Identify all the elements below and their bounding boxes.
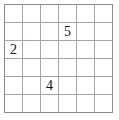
cell-r4c6[interactable] bbox=[95, 59, 112, 76]
cell-r6c2[interactable] bbox=[23, 95, 40, 112]
cell-r3c1[interactable]: 2 bbox=[5, 41, 22, 58]
cell-r1c2[interactable] bbox=[23, 5, 40, 22]
cell-r2c6[interactable] bbox=[95, 23, 112, 40]
cell-r2c3[interactable] bbox=[41, 23, 58, 40]
cell-r2c2[interactable] bbox=[23, 23, 40, 40]
cell-r1c6[interactable] bbox=[95, 5, 112, 22]
cell-r3c6[interactable] bbox=[95, 41, 112, 58]
cell-r6c3[interactable] bbox=[41, 95, 58, 112]
cell-r5c2[interactable] bbox=[23, 77, 40, 94]
cell-r4c1[interactable] bbox=[5, 59, 22, 76]
cell-r5c3[interactable]: 4 bbox=[41, 77, 58, 94]
cell-r3c3[interactable] bbox=[41, 41, 58, 58]
cell-r4c5[interactable] bbox=[77, 59, 94, 76]
cell-r1c5[interactable] bbox=[77, 5, 94, 22]
cell-r3c2[interactable] bbox=[23, 41, 40, 58]
cell-r4c4[interactable] bbox=[59, 59, 76, 76]
cell-r5c6[interactable] bbox=[95, 77, 112, 94]
cell-r5c5[interactable] bbox=[77, 77, 94, 94]
cell-r6c1[interactable] bbox=[5, 95, 22, 112]
cell-r2c5[interactable] bbox=[77, 23, 94, 40]
cell-r2c4[interactable]: 5 bbox=[59, 23, 76, 40]
puzzle-board: 5 2 4 bbox=[4, 4, 113, 113]
cell-r1c1[interactable] bbox=[5, 5, 22, 22]
cell-r6c4[interactable] bbox=[59, 95, 76, 112]
cell-r3c4[interactable] bbox=[59, 41, 76, 58]
cell-r4c2[interactable] bbox=[23, 59, 40, 76]
cell-r1c4[interactable] bbox=[59, 5, 76, 22]
cell-r4c3[interactable] bbox=[41, 59, 58, 76]
cell-r6c5[interactable] bbox=[77, 95, 94, 112]
cell-r1c3[interactable] bbox=[41, 5, 58, 22]
cell-r5c4[interactable] bbox=[59, 77, 76, 94]
cell-r5c1[interactable] bbox=[5, 77, 22, 94]
cell-r6c6[interactable] bbox=[95, 95, 112, 112]
cell-r2c1[interactable] bbox=[5, 23, 22, 40]
cell-r3c5[interactable] bbox=[77, 41, 94, 58]
